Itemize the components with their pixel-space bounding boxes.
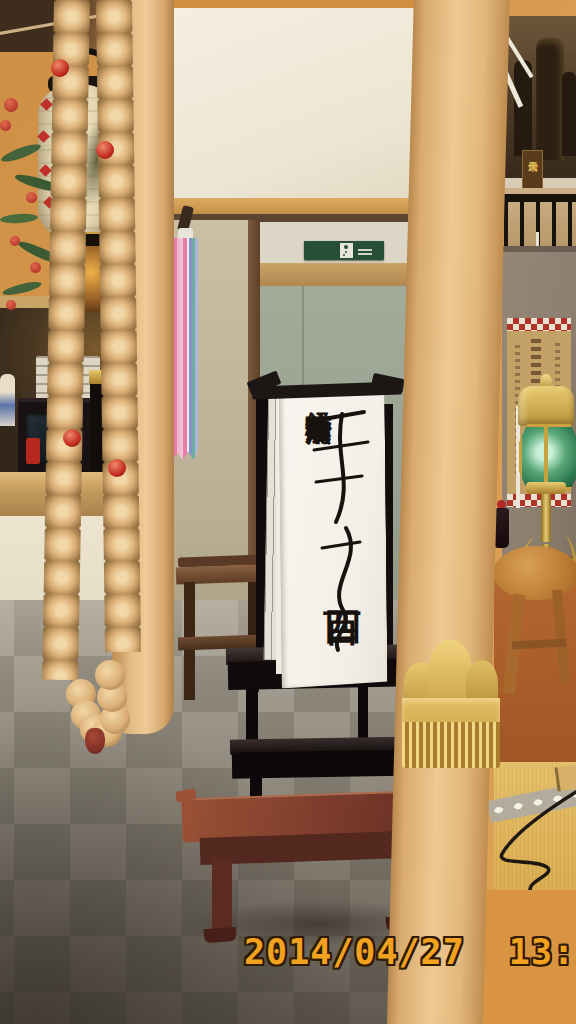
plant-leaf-1 — [0, 141, 42, 165]
round-table-top — [493, 546, 576, 600]
transom-beam — [260, 263, 426, 286]
plant-berry-3 — [26, 192, 37, 203]
plant-leaf-3 — [0, 213, 38, 225]
statue-3 — [562, 72, 576, 156]
prayer-cords — [172, 238, 198, 460]
plant-berry-5 — [30, 262, 41, 273]
red-bead-4 — [108, 459, 126, 477]
low-table-leg-left — [212, 858, 232, 938]
red-altar-item — [26, 438, 40, 464]
plant-berry-2 — [0, 120, 11, 131]
scroll-checker-top — [507, 318, 571, 331]
red-bead-1 — [51, 59, 69, 77]
exit-sign — [304, 241, 384, 260]
figurine — [0, 374, 15, 426]
railing-bars — [504, 200, 576, 246]
camera-timestamp: 2014/04/27 13:12 — [244, 932, 576, 972]
bead-loop-7 — [95, 660, 125, 690]
gold-crown-ribs — [402, 722, 500, 768]
low-table-foot-left — [204, 927, 237, 943]
lantern-crown — [518, 386, 574, 426]
exit-sign-text-mark — [358, 249, 372, 251]
lantern-stem — [541, 494, 551, 542]
exit-running-man-icon — [344, 245, 348, 249]
plant-berry-6 — [6, 300, 16, 310]
white-wall-panel — [158, 8, 426, 200]
lantern-collar — [526, 482, 566, 494]
stand-leg-2 — [358, 686, 368, 742]
lantern-rib — [544, 426, 548, 484]
stand-leg-1 — [246, 686, 258, 744]
statue-2 — [536, 38, 564, 160]
plant-leaf-5 — [2, 279, 43, 297]
plant-berry-4 — [10, 236, 20, 246]
temple-photo: 南無妙法蓮華経 四百 増長天 — [0, 0, 576, 1024]
banner-number: 四百 — [316, 582, 367, 682]
red-bead-2 — [96, 141, 114, 159]
red-bead-3 — [63, 429, 81, 447]
bead-tassel — [85, 728, 105, 754]
brass-railing — [504, 188, 576, 246]
plant-berry-1 — [4, 98, 18, 112]
scroll-top-dowel — [502, 246, 576, 252]
